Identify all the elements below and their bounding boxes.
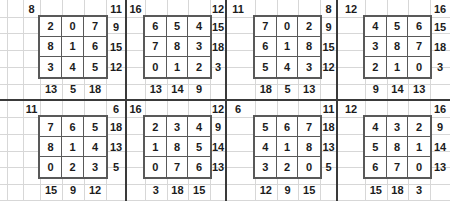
grid-cell[interactable]: 2 — [145, 117, 167, 137]
col-sum: 13 — [145, 79, 167, 99]
col-sum: 18 — [387, 180, 409, 200]
puzzle-block: 12164563872101518391413 — [337, 0, 450, 100]
puzzle-block: 6115674183201813512915 — [226, 101, 337, 201]
puzzle-block: 16126547830121518313149 — [126, 0, 226, 100]
grid-cell[interactable]: 4 — [188, 117, 210, 137]
block-separator-horizontal — [0, 99, 450, 101]
puzzle-block: 1187026185439151218513 — [226, 0, 337, 100]
grid-cell[interactable]: 3 — [40, 57, 62, 77]
grid-cell[interactable]: 5 — [84, 57, 106, 77]
grid-cell[interactable]: 3 — [84, 157, 106, 177]
diag-up-sum: 12 — [210, 0, 226, 17]
puzzle-block: 1167658140231813515912 — [0, 101, 126, 201]
grid-cell[interactable]: 7 — [84, 17, 106, 37]
sum-grid: 654783012 — [143, 15, 212, 79]
grid-cell[interactable]: 6 — [277, 117, 299, 137]
grid-cell[interactable]: 2 — [365, 57, 387, 77]
diag-down-sum: 12 — [337, 101, 365, 118]
col-sum: 14 — [387, 79, 409, 99]
sum-grid: 456387210 — [363, 15, 432, 79]
puzzle-block: 16122341850769141331815 — [126, 101, 226, 201]
col-sum: 15 — [40, 180, 62, 200]
row-sum: 9 — [320, 17, 337, 37]
grid-cell[interactable]: 8 — [387, 37, 409, 57]
row-sum: 15 — [430, 17, 450, 37]
grid-cell[interactable]: 8 — [387, 137, 409, 157]
col-sum: 9 — [365, 79, 387, 99]
grid-cell[interactable]: 0 — [40, 157, 62, 177]
grid-cell[interactable]: 8 — [167, 37, 189, 57]
row-sum: 15 — [106, 37, 126, 57]
col-sum: 13 — [408, 79, 430, 99]
col-sum: 5 — [62, 79, 84, 99]
grid-cell[interactable]: 1 — [145, 137, 167, 157]
grid-cell[interactable]: 3 — [167, 117, 189, 137]
diag-down-sum: 11 — [226, 0, 250, 17]
row-sum: 15 — [210, 17, 226, 37]
col-sum: 12 — [255, 180, 277, 200]
sum-grid: 207816345 — [38, 15, 108, 79]
grid-cell[interactable]: 8 — [167, 137, 189, 157]
row-sum: 9 — [210, 117, 226, 137]
grid-cell[interactable]: 8 — [298, 137, 320, 157]
row-sum: 18 — [210, 37, 226, 57]
row-sum: 14 — [210, 137, 226, 157]
col-sum: 14 — [167, 79, 189, 99]
sum-grid: 765814023 — [38, 115, 108, 179]
row-sum: 5 — [320, 157, 337, 177]
grid-cell[interactable]: 6 — [145, 17, 167, 37]
grid-cell[interactable]: 7 — [145, 37, 167, 57]
grid-cell[interactable]: 1 — [408, 137, 430, 157]
diag-up-sum: 11 — [320, 101, 337, 118]
grid-cell[interactable]: 8 — [40, 37, 62, 57]
diag-down-sum: 12 — [337, 0, 365, 17]
grid-cell[interactable]: 2 — [62, 157, 84, 177]
row-sum: 13 — [320, 137, 337, 157]
row-sum: 15 — [320, 37, 337, 57]
col-sum: 15 — [365, 180, 387, 200]
grid-cell[interactable]: 4 — [84, 137, 106, 157]
row-sum: 18 — [430, 37, 450, 57]
col-sum: 18 — [255, 79, 277, 99]
grid-cell[interactable]: 0 — [62, 17, 84, 37]
col-sum: 5 — [277, 79, 299, 99]
sum-grid: 567418320 — [253, 115, 322, 179]
col-sum: 3 — [145, 180, 167, 200]
grid-cell[interactable]: 5 — [188, 137, 210, 157]
grid-cell[interactable]: 6 — [408, 17, 430, 37]
grid-cell[interactable]: 2 — [298, 17, 320, 37]
col-sum: 9 — [188, 79, 210, 99]
col-sum: 9 — [277, 180, 299, 200]
grid-cell[interactable]: 7 — [167, 157, 189, 177]
row-sum: 18 — [106, 117, 126, 137]
grid-cell[interactable]: 0 — [277, 17, 299, 37]
col-sum: 9 — [62, 180, 84, 200]
row-sum: 3 — [210, 57, 226, 77]
diag-up-sum: 16 — [430, 101, 450, 118]
grid-cell[interactable]: 6 — [84, 37, 106, 57]
grid-cell[interactable]: 3 — [365, 37, 387, 57]
grid-cell[interactable]: 0 — [145, 157, 167, 177]
grid-cell[interactable]: 5 — [84, 117, 106, 137]
col-sum: 18 — [84, 79, 106, 99]
row-sum: 13 — [430, 157, 450, 177]
diag-up-sum: 8 — [320, 0, 337, 17]
grid-cell[interactable]: 4 — [365, 17, 387, 37]
grid-cell[interactable]: 0 — [298, 157, 320, 177]
grid-cell[interactable]: 4 — [62, 57, 84, 77]
grid-cell[interactable]: 2 — [408, 117, 430, 137]
row-sum: 9 — [430, 117, 450, 137]
col-sum: 15 — [188, 180, 210, 200]
grid-cell[interactable]: 7 — [298, 117, 320, 137]
col-sum: 13 — [40, 79, 62, 99]
col-sum: 15 — [298, 180, 320, 200]
worksheet: 8112078163459151213518161265478301215183… — [0, 0, 450, 201]
grid-cell[interactable]: 1 — [167, 57, 189, 77]
grid-cell[interactable]: 6 — [62, 117, 84, 137]
grid-cell[interactable]: 0 — [408, 57, 430, 77]
sum-grid: 702618543 — [253, 15, 322, 79]
col-sum: 12 — [84, 180, 106, 200]
row-sum: 12 — [320, 57, 337, 77]
row-sum: 3 — [430, 57, 450, 77]
grid-cell[interactable]: 1 — [387, 57, 409, 77]
grid-cell[interactable]: 1 — [62, 137, 84, 157]
row-sum: 18 — [320, 117, 337, 137]
grid-cell[interactable]: 7 — [408, 37, 430, 57]
grid-cell[interactable]: 6 — [365, 157, 387, 177]
grid-cell[interactable]: 1 — [277, 37, 299, 57]
grid-cell[interactable]: 7 — [255, 17, 277, 37]
sum-grid: 234185076 — [143, 115, 212, 179]
grid-cell[interactable]: 4 — [255, 137, 277, 157]
grid-cell[interactable]: 2 — [188, 57, 210, 77]
diag-up-sum: 6 — [106, 101, 126, 118]
grid-cell[interactable]: 8 — [40, 137, 62, 157]
grid-cell[interactable]: 6 — [188, 157, 210, 177]
row-sum: 12 — [106, 57, 126, 77]
row-sum: 5 — [106, 157, 126, 177]
grid-cell[interactable]: 3 — [387, 117, 409, 137]
puzzle-block: 8112078163459151213518 — [0, 0, 126, 100]
grid-cell[interactable]: 2 — [277, 157, 299, 177]
diag-up-sum: 16 — [430, 0, 450, 17]
grid-cell[interactable]: 5 — [365, 137, 387, 157]
puzzle-block: 12164325816709141315183 — [337, 101, 450, 201]
grid-cell[interactable]: 1 — [277, 137, 299, 157]
grid-cell[interactable]: 1 — [62, 37, 84, 57]
col-sum: 3 — [408, 180, 430, 200]
grid-cell[interactable]: 4 — [188, 17, 210, 37]
grid-cell[interactable]: 5 — [387, 17, 409, 37]
grid-cell[interactable]: 8 — [298, 37, 320, 57]
grid-cell[interactable]: 5 — [167, 17, 189, 37]
grid-cell[interactable]: 7 — [40, 117, 62, 137]
diag-up-sum: 11 — [106, 0, 126, 17]
row-sum: 14 — [430, 137, 450, 157]
grid-cell[interactable]: 7 — [387, 157, 409, 177]
grid-cell[interactable]: 4 — [277, 57, 299, 77]
grid-cell[interactable]: 2 — [40, 17, 62, 37]
row-sum: 13 — [210, 157, 226, 177]
grid-cell[interactable]: 0 — [145, 57, 167, 77]
sum-grid: 432581670 — [363, 115, 432, 179]
grid-cell[interactable]: 4 — [365, 117, 387, 137]
grid-cell[interactable]: 5 — [255, 57, 277, 77]
row-sum: 9 — [106, 17, 126, 37]
grid-cell[interactable]: 5 — [255, 117, 277, 137]
grid-cell[interactable]: 3 — [255, 157, 277, 177]
col-sum: 18 — [167, 180, 189, 200]
diag-up-sum: 12 — [210, 101, 226, 118]
grid-cell[interactable]: 3 — [188, 37, 210, 57]
grid-cell[interactable]: 3 — [298, 57, 320, 77]
row-sum: 13 — [106, 137, 126, 157]
diag-down-sum: 6 — [226, 101, 250, 118]
grid-cell[interactable]: 0 — [408, 157, 430, 177]
col-sum: 13 — [298, 79, 320, 99]
grid-cell[interactable]: 6 — [255, 37, 277, 57]
